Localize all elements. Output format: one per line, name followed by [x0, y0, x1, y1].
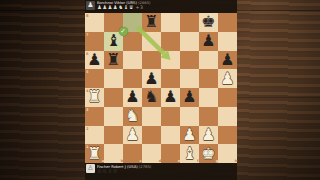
square-f1[interactable]: f♝ [180, 144, 199, 163]
square-d2[interactable] [142, 126, 161, 145]
chess-board: 8♜♚7♝♟6♟♜♟5♟♟4♜♟♞♟♟3♞2♟♟♟1a♜bcdef♝g♚h [85, 13, 237, 163]
square-d5[interactable]: ♟ [142, 69, 161, 88]
square-a6[interactable]: 6♟ [85, 51, 104, 70]
white-pawn[interactable]: ♟ [125, 127, 139, 143]
rank-label-5: 5 [86, 70, 89, 74]
captured-queen-icon: ♛ [113, 168, 118, 174]
bottom-player-name: Fischer Robert J (USA) (2785) [97, 164, 183, 167]
square-a4[interactable]: 4♜ [85, 88, 104, 107]
square-d1[interactable]: d [142, 144, 161, 163]
square-d7[interactable] [142, 32, 161, 51]
rank-label-6: 6 [86, 52, 89, 56]
square-h6[interactable]: ♟ [218, 51, 237, 70]
square-h7[interactable] [218, 32, 237, 51]
square-f3[interactable] [180, 107, 199, 126]
square-d8[interactable]: ♜ [142, 13, 161, 32]
black-pawn[interactable]: ♟ [182, 89, 196, 105]
black-pawn[interactable]: ♟ [125, 89, 139, 105]
square-d4[interactable]: ♞ [142, 88, 161, 107]
square-c3[interactable]: ♞ [123, 107, 142, 126]
square-e6[interactable] [161, 51, 180, 70]
square-b5[interactable] [104, 69, 123, 88]
square-g6[interactable] [199, 51, 218, 70]
square-b8[interactable] [104, 13, 123, 32]
square-b2[interactable] [104, 126, 123, 145]
captured-pieces-tray-bottom: ♟♞♝♛ [97, 169, 205, 174]
white-bishop[interactable]: ♝ [182, 146, 196, 162]
square-h8[interactable] [218, 13, 237, 32]
square-h2[interactable] [218, 126, 237, 145]
bottom-player-rating: (2785) [139, 164, 151, 168]
square-f7[interactable] [180, 32, 199, 51]
white-pawn[interactable]: ♟ [220, 71, 234, 87]
white-pawn[interactable]: ♟ [182, 127, 196, 143]
square-b1[interactable]: b [104, 144, 123, 163]
black-pawn[interactable]: ♟ [220, 52, 234, 68]
square-e8[interactable] [161, 13, 180, 32]
square-f5[interactable] [180, 69, 199, 88]
square-g3[interactable] [199, 107, 218, 126]
square-a2[interactable]: 2 [85, 126, 104, 145]
square-g4[interactable] [199, 88, 218, 107]
black-player-avatar[interactable]: ♟ [86, 1, 95, 10]
black-bishop[interactable]: ♝ [106, 33, 120, 49]
white-rook[interactable]: ♜ [87, 146, 101, 162]
white-player-avatar[interactable]: ♙ [86, 164, 95, 173]
square-g1[interactable]: g♚ [199, 144, 218, 163]
square-e5[interactable] [161, 69, 180, 88]
square-e1[interactable]: e [161, 144, 180, 163]
black-pawn[interactable]: ♟ [144, 71, 158, 87]
captured-queen-icon: ♛ [129, 4, 134, 10]
white-king[interactable]: ♚ [201, 146, 215, 162]
square-c1[interactable]: c [123, 144, 142, 163]
black-pawn[interactable]: ♟ [201, 33, 215, 49]
square-g2[interactable]: ♟ [199, 126, 218, 145]
square-h4[interactable] [218, 88, 237, 107]
square-h5[interactable]: ♟ [218, 69, 237, 88]
square-a8[interactable]: 8 [85, 13, 104, 32]
square-c7[interactable] [123, 32, 142, 51]
square-g8[interactable]: ♚ [199, 13, 218, 32]
video-frame: ♟ Korchnoi Viktor (URS) (2665) ♟♟♟♟♞♝♛+3… [0, 0, 320, 180]
square-h1[interactable]: h [218, 144, 237, 163]
square-b6[interactable]: ♜ [104, 51, 123, 70]
square-d6[interactable] [142, 51, 161, 70]
black-pawn[interactable]: ♟ [163, 89, 177, 105]
square-c8[interactable] [123, 13, 142, 32]
square-f2[interactable]: ♟ [180, 126, 199, 145]
square-e4[interactable]: ♟ [161, 88, 180, 107]
captured-pieces-tray-top: ♟♟♟♟♞♝♛+3 [97, 5, 205, 10]
square-f4[interactable]: ♟ [180, 88, 199, 107]
rank-label-8: 8 [86, 14, 89, 18]
black-rook[interactable]: ♜ [106, 52, 120, 68]
square-a3[interactable]: 3 [85, 107, 104, 126]
square-a5[interactable]: 5 [85, 69, 104, 88]
top-player-name: Korchnoi Viktor (URS) (2665) [97, 0, 183, 3]
square-g5[interactable] [199, 69, 218, 88]
square-c2[interactable]: ♟ [123, 126, 142, 145]
square-g7[interactable]: ♟ [199, 32, 218, 51]
square-h3[interactable] [218, 107, 237, 126]
rank-label-3: 3 [86, 108, 89, 112]
rank-label-7: 7 [86, 33, 89, 37]
square-e3[interactable] [161, 107, 180, 126]
top-player-bar: ♟ Korchnoi Viktor (URS) (2665) ♟♟♟♟♞♝♛+3 [85, 0, 237, 13]
square-e7[interactable] [161, 32, 180, 51]
white-rook[interactable]: ♜ [87, 89, 101, 105]
square-e2[interactable] [161, 126, 180, 145]
rank-label-1: 1 [86, 145, 89, 149]
square-c5[interactable] [123, 69, 142, 88]
square-b4[interactable] [104, 88, 123, 107]
white-knight[interactable]: ♞ [125, 108, 139, 124]
square-c6[interactable] [123, 51, 142, 70]
rank-label-4: 4 [86, 89, 89, 93]
black-king[interactable]: ♚ [201, 14, 215, 30]
black-pawn[interactable]: ♟ [87, 52, 101, 68]
square-a1[interactable]: 1a♜ [85, 144, 104, 163]
bottom-player-bar: ♙ Fischer Robert J (USA) (2785) ♟♞♝♛ [85, 163, 237, 180]
material-advantage: +3 [136, 4, 144, 9]
square-f8[interactable] [180, 13, 199, 32]
black-knight[interactable]: ♞ [144, 89, 158, 105]
square-f6[interactable] [180, 51, 199, 70]
square-d3[interactable] [142, 107, 161, 126]
white-pawn[interactable]: ♟ [201, 127, 215, 143]
rank-label-2: 2 [86, 127, 89, 131]
square-b3[interactable] [104, 107, 123, 126]
square-a7[interactable]: 7 [85, 32, 104, 51]
square-c4[interactable]: ♟ [123, 88, 142, 107]
square-b7[interactable]: ♝ [104, 32, 123, 51]
black-rook[interactable]: ♜ [144, 14, 158, 30]
